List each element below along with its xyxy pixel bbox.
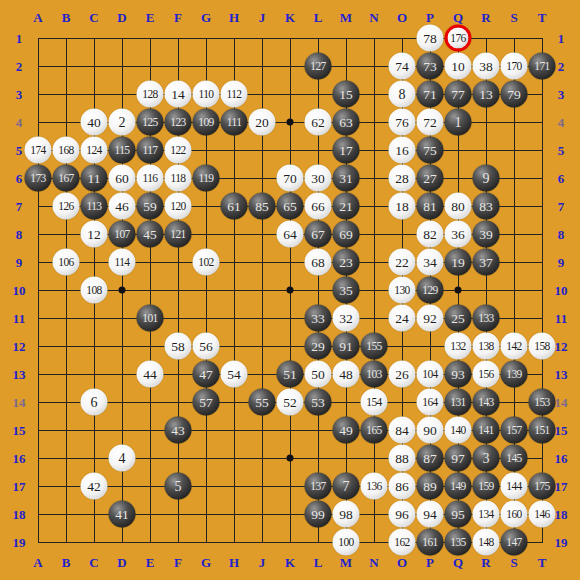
stone-N15[interactable]: 165 — [361, 417, 388, 444]
stone-L2[interactable]: 127 — [305, 53, 332, 80]
stone-J4[interactable]: 20 — [249, 109, 276, 136]
coord-label-row-left: 8 — [16, 228, 23, 241]
stone-E3[interactable]: 128 — [137, 81, 164, 108]
grid-line-vertical — [542, 38, 543, 543]
coord-label-row-right: 18 — [555, 508, 568, 521]
coord-label-col-top: C — [89, 11, 98, 24]
stone-O10[interactable]: 130 — [389, 277, 416, 304]
stone-F17[interactable]: 5 — [165, 473, 192, 500]
stone-M12[interactable]: 91 — [333, 333, 360, 360]
stone-S2[interactable]: 170 — [501, 53, 528, 80]
coord-label-row-right: 4 — [558, 116, 565, 129]
stone-O7[interactable]: 18 — [389, 193, 416, 220]
stone-P4[interactable]: 72 — [417, 109, 444, 136]
stone-K8[interactable]: 64 — [277, 221, 304, 248]
stone-S15[interactable]: 157 — [501, 417, 528, 444]
stone-R13[interactable]: 156 — [473, 361, 500, 388]
stone-P5[interactable]: 75 — [417, 137, 444, 164]
stone-H7[interactable]: 61 — [221, 193, 248, 220]
stone-F7[interactable]: 120 — [165, 193, 192, 220]
coord-label-row-left: 10 — [13, 284, 26, 297]
stone-E7[interactable]: 59 — [137, 193, 164, 220]
stone-Q19[interactable]: 135 — [445, 529, 472, 556]
stone-P14[interactable]: 164 — [417, 389, 444, 416]
stone-N17[interactable]: 136 — [361, 473, 388, 500]
coord-label-col-bottom: K — [285, 556, 295, 569]
stone-R12[interactable]: 138 — [473, 333, 500, 360]
coord-label-col-bottom: E — [146, 556, 155, 569]
stone-Q8[interactable]: 36 — [445, 221, 472, 248]
coord-label-row-left: 6 — [16, 172, 23, 185]
coord-label-row-right: 16 — [555, 452, 568, 465]
stone-O16[interactable]: 88 — [389, 445, 416, 472]
stone-O4[interactable]: 76 — [389, 109, 416, 136]
coord-label-row-left: 9 — [16, 256, 23, 269]
coord-label-row-left: 15 — [13, 424, 26, 437]
stone-D16[interactable]: 4 — [109, 445, 136, 472]
stone-D7[interactable]: 46 — [109, 193, 136, 220]
stone-O5[interactable]: 16 — [389, 137, 416, 164]
stone-F4[interactable]: 123 — [165, 109, 192, 136]
stone-C17[interactable]: 42 — [81, 473, 108, 500]
stone-C10[interactable]: 108 — [81, 277, 108, 304]
stone-R17[interactable]: 159 — [473, 473, 500, 500]
stone-L17[interactable]: 137 — [305, 473, 332, 500]
coord-label-row-left: 1 — [16, 32, 23, 45]
coord-label-row-right: 11 — [555, 312, 567, 325]
stone-H3[interactable]: 112 — [221, 81, 248, 108]
stone-B7[interactable]: 126 — [53, 193, 80, 220]
stone-T2[interactable]: 171 — [529, 53, 556, 80]
coord-label-col-bottom: A — [33, 556, 42, 569]
stone-S17[interactable]: 144 — [501, 473, 528, 500]
coord-label-col-bottom: J — [259, 556, 266, 569]
coord-label-col-top: B — [62, 11, 71, 24]
stone-S18[interactable]: 160 — [501, 501, 528, 528]
stone-K13[interactable]: 51 — [277, 361, 304, 388]
stone-N14[interactable]: 154 — [361, 389, 388, 416]
stone-Q11[interactable]: 25 — [445, 305, 472, 332]
coord-label-col-top: D — [117, 11, 126, 24]
stone-M8[interactable]: 69 — [333, 221, 360, 248]
coord-label-row-right: 5 — [558, 144, 565, 157]
stone-P19[interactable]: 161 — [417, 529, 444, 556]
stone-R14[interactable]: 143 — [473, 389, 500, 416]
stone-R3[interactable]: 13 — [473, 81, 500, 108]
stone-L9[interactable]: 68 — [305, 249, 332, 276]
stone-E8[interactable]: 45 — [137, 221, 164, 248]
coord-label-row-right: 6 — [558, 172, 565, 185]
stone-S3[interactable]: 79 — [501, 81, 528, 108]
stone-O18[interactable]: 96 — [389, 501, 416, 528]
stone-D9[interactable]: 114 — [109, 249, 136, 276]
stone-F15[interactable]: 43 — [165, 417, 192, 444]
stone-L18[interactable]: 99 — [305, 501, 332, 528]
coord-label-col-top: P — [426, 11, 434, 24]
stone-M6[interactable]: 31 — [333, 165, 360, 192]
stone-E5[interactable]: 117 — [137, 137, 164, 164]
stone-G12[interactable]: 56 — [193, 333, 220, 360]
coord-label-col-top: Q — [453, 11, 463, 24]
coord-label-row-left: 11 — [13, 312, 25, 325]
stone-P13[interactable]: 104 — [417, 361, 444, 388]
coord-label-row-left: 12 — [13, 340, 26, 353]
stone-Q12[interactable]: 132 — [445, 333, 472, 360]
stone-K6[interactable]: 70 — [277, 165, 304, 192]
stone-Q16[interactable]: 97 — [445, 445, 472, 472]
stone-R18[interactable]: 134 — [473, 501, 500, 528]
coord-label-row-left: 17 — [13, 480, 26, 493]
coord-label-row-left: 14 — [13, 396, 26, 409]
stone-O17[interactable]: 86 — [389, 473, 416, 500]
stone-L13[interactable]: 50 — [305, 361, 332, 388]
stone-N12[interactable]: 155 — [361, 333, 388, 360]
stone-L12[interactable]: 29 — [305, 333, 332, 360]
coord-label-col-top: G — [201, 11, 211, 24]
coord-label-row-right: 19 — [555, 536, 568, 549]
stone-T17[interactable]: 175 — [529, 473, 556, 500]
stone-F8[interactable]: 121 — [165, 221, 192, 248]
stone-L11[interactable]: 33 — [305, 305, 332, 332]
stone-M11[interactable]: 32 — [333, 305, 360, 332]
stone-S12[interactable]: 142 — [501, 333, 528, 360]
stone-M13[interactable]: 48 — [333, 361, 360, 388]
stone-R15[interactable]: 141 — [473, 417, 500, 444]
stone-G9[interactable]: 102 — [193, 249, 220, 276]
stone-M4[interactable]: 63 — [333, 109, 360, 136]
stone-T15[interactable]: 151 — [529, 417, 556, 444]
stone-R16[interactable]: 3 — [473, 445, 500, 472]
coord-label-col-top: K — [285, 11, 295, 24]
coord-label-row-left: 13 — [13, 368, 26, 381]
coord-label-col-top: F — [174, 11, 182, 24]
stone-P7[interactable]: 81 — [417, 193, 444, 220]
stone-Q13[interactable]: 93 — [445, 361, 472, 388]
coord-label-col-bottom: Q — [453, 556, 463, 569]
coord-label-row-right: 17 — [555, 480, 568, 493]
stone-P1[interactable]: 78 — [417, 25, 444, 52]
stone-Q15[interactable]: 140 — [445, 417, 472, 444]
coord-label-row-right: 10 — [555, 284, 568, 297]
stone-E11[interactable]: 101 — [137, 305, 164, 332]
stone-Q17[interactable]: 149 — [445, 473, 472, 500]
stone-S13[interactable]: 139 — [501, 361, 528, 388]
stone-L8[interactable]: 67 — [305, 221, 332, 248]
stone-D5[interactable]: 115 — [109, 137, 136, 164]
stone-L14[interactable]: 53 — [305, 389, 332, 416]
stone-B6[interactable]: 167 — [53, 165, 80, 192]
stone-F3[interactable]: 14 — [165, 81, 192, 108]
coord-label-row-left: 4 — [16, 116, 23, 129]
stone-G3[interactable]: 110 — [193, 81, 220, 108]
coord-label-row-right: 13 — [555, 368, 568, 381]
coord-label-row-right: 8 — [558, 228, 565, 241]
stone-Q1[interactable]: 176 — [445, 25, 472, 52]
stone-M5[interactable]: 17 — [333, 137, 360, 164]
stone-E4[interactable]: 125 — [137, 109, 164, 136]
stone-C7[interactable]: 113 — [81, 193, 108, 220]
coord-label-row-right: 12 — [555, 340, 568, 353]
stone-O3[interactable]: 8 — [389, 81, 416, 108]
stone-N13[interactable]: 103 — [361, 361, 388, 388]
stone-D6[interactable]: 60 — [109, 165, 136, 192]
stone-M3[interactable]: 15 — [333, 81, 360, 108]
coord-label-col-top: A — [33, 11, 42, 24]
stone-G14[interactable]: 57 — [193, 389, 220, 416]
stone-H4[interactable]: 111 — [221, 109, 248, 136]
star-point — [455, 287, 462, 294]
stone-G4[interactable]: 109 — [193, 109, 220, 136]
coord-label-row-right: 15 — [555, 424, 568, 437]
stone-M10[interactable]: 35 — [333, 277, 360, 304]
stone-P18[interactable]: 94 — [417, 501, 444, 528]
stone-K14[interactable]: 52 — [277, 389, 304, 416]
stone-K7[interactable]: 65 — [277, 193, 304, 220]
stone-A5[interactable]: 174 — [25, 137, 52, 164]
stone-C8[interactable]: 12 — [81, 221, 108, 248]
coord-label-col-top: L — [314, 11, 323, 24]
stone-Q9[interactable]: 19 — [445, 249, 472, 276]
coord-label-row-left: 7 — [16, 200, 23, 213]
go-board[interactable]: AABBCCDDEEFFGGHHJJKKLLMMNNOOPPQQRRSSTT11… — [0, 0, 580, 580]
coord-label-col-bottom: D — [117, 556, 126, 569]
stone-C6[interactable]: 11 — [81, 165, 108, 192]
stone-J14[interactable]: 55 — [249, 389, 276, 416]
stone-B5[interactable]: 168 — [53, 137, 80, 164]
star-point — [287, 455, 294, 462]
stone-R19[interactable]: 148 — [473, 529, 500, 556]
star-point — [119, 287, 126, 294]
coord-label-row-left: 19 — [13, 536, 26, 549]
stone-Q18[interactable]: 95 — [445, 501, 472, 528]
star-point — [287, 119, 294, 126]
coord-label-col-top: N — [369, 11, 378, 24]
stone-Q2[interactable]: 10 — [445, 53, 472, 80]
coord-label-col-bottom: O — [397, 556, 407, 569]
coord-label-row-left: 18 — [13, 508, 26, 521]
coord-label-col-bottom: P — [426, 556, 434, 569]
stone-O11[interactable]: 24 — [389, 305, 416, 332]
stone-P8[interactable]: 82 — [417, 221, 444, 248]
stone-C4[interactable]: 40 — [81, 109, 108, 136]
stone-E6[interactable]: 116 — [137, 165, 164, 192]
stone-R9[interactable]: 37 — [473, 249, 500, 276]
coord-label-row-right: 7 — [558, 200, 565, 213]
stone-M7[interactable]: 21 — [333, 193, 360, 220]
coord-label-col-top: T — [538, 11, 547, 24]
coord-label-col-bottom: B — [62, 556, 71, 569]
coord-label-col-bottom: H — [229, 556, 239, 569]
stone-L6[interactable]: 30 — [305, 165, 332, 192]
stone-A6[interactable]: 173 — [25, 165, 52, 192]
stone-Q4[interactable]: 1 — [445, 109, 472, 136]
stone-P17[interactable]: 89 — [417, 473, 444, 500]
stone-S16[interactable]: 145 — [501, 445, 528, 472]
stone-L4[interactable]: 62 — [305, 109, 332, 136]
stone-F12[interactable]: 58 — [165, 333, 192, 360]
coord-label-col-top: H — [229, 11, 239, 24]
coord-label-row-right: 2 — [558, 60, 565, 73]
stone-O13[interactable]: 26 — [389, 361, 416, 388]
stone-O6[interactable]: 28 — [389, 165, 416, 192]
stone-P2[interactable]: 73 — [417, 53, 444, 80]
grid-line-vertical — [374, 38, 375, 543]
stone-F5[interactable]: 122 — [165, 137, 192, 164]
stone-P3[interactable]: 71 — [417, 81, 444, 108]
stone-Q14[interactable]: 131 — [445, 389, 472, 416]
stone-T18[interactable]: 146 — [529, 501, 556, 528]
coord-label-col-bottom: R — [481, 556, 490, 569]
coord-label-col-top: M — [340, 11, 352, 24]
stone-J7[interactable]: 85 — [249, 193, 276, 220]
stone-R6[interactable]: 9 — [473, 165, 500, 192]
coord-label-row-left: 16 — [13, 452, 26, 465]
coord-label-row-right: 1 — [558, 32, 565, 45]
coord-label-col-bottom: S — [510, 556, 517, 569]
stone-R7[interactable]: 83 — [473, 193, 500, 220]
stone-P10[interactable]: 129 — [417, 277, 444, 304]
stone-M15[interactable]: 49 — [333, 417, 360, 444]
stone-P11[interactable]: 92 — [417, 305, 444, 332]
coord-label-col-bottom: N — [369, 556, 378, 569]
stone-M17[interactable]: 7 — [333, 473, 360, 500]
coord-label-col-top: S — [510, 11, 517, 24]
stone-D8[interactable]: 107 — [109, 221, 136, 248]
stone-G13[interactable]: 47 — [193, 361, 220, 388]
stone-P16[interactable]: 87 — [417, 445, 444, 472]
stone-L7[interactable]: 66 — [305, 193, 332, 220]
stone-M18[interactable]: 98 — [333, 501, 360, 528]
stone-C5[interactable]: 124 — [81, 137, 108, 164]
stone-O19[interactable]: 162 — [389, 529, 416, 556]
coord-label-row-right: 9 — [558, 256, 565, 269]
stone-O15[interactable]: 84 — [389, 417, 416, 444]
stone-P9[interactable]: 34 — [417, 249, 444, 276]
coord-label-row-right: 14 — [555, 396, 568, 409]
stone-M9[interactable]: 23 — [333, 249, 360, 276]
coord-label-col-top: J — [259, 11, 266, 24]
stone-R11[interactable]: 133 — [473, 305, 500, 332]
stone-H13[interactable]: 54 — [221, 361, 248, 388]
stone-R8[interactable]: 39 — [473, 221, 500, 248]
stone-R2[interactable]: 38 — [473, 53, 500, 80]
stone-P15[interactable]: 90 — [417, 417, 444, 444]
coord-label-col-top: O — [397, 11, 407, 24]
stone-F6[interactable]: 118 — [165, 165, 192, 192]
stone-S19[interactable]: 147 — [501, 529, 528, 556]
stone-P6[interactable]: 27 — [417, 165, 444, 192]
coord-label-col-bottom: F — [174, 556, 182, 569]
coord-label-row-left: 2 — [16, 60, 23, 73]
stone-O2[interactable]: 74 — [389, 53, 416, 80]
stone-M19[interactable]: 100 — [333, 529, 360, 556]
stone-O9[interactable]: 22 — [389, 249, 416, 276]
coord-label-col-bottom: C — [89, 556, 98, 569]
coord-label-col-bottom: T — [538, 556, 547, 569]
stone-D4[interactable]: 2 — [109, 109, 136, 136]
coord-label-col-bottom: L — [314, 556, 323, 569]
coord-label-col-top: R — [481, 11, 490, 24]
stone-T14[interactable]: 153 — [529, 389, 556, 416]
coord-label-col-bottom: M — [340, 556, 352, 569]
stone-D18[interactable]: 41 — [109, 501, 136, 528]
stone-G6[interactable]: 119 — [193, 165, 220, 192]
stone-Q3[interactable]: 77 — [445, 81, 472, 108]
stone-Q7[interactable]: 80 — [445, 193, 472, 220]
coord-label-row-left: 5 — [16, 144, 23, 157]
coord-label-col-bottom: G — [201, 556, 211, 569]
coord-label-col-top: E — [146, 11, 155, 24]
stone-T12[interactable]: 158 — [529, 333, 556, 360]
stone-B9[interactable]: 106 — [53, 249, 80, 276]
star-point — [287, 287, 294, 294]
stone-E13[interactable]: 44 — [137, 361, 164, 388]
stone-C14[interactable]: 6 — [81, 389, 108, 416]
coord-label-row-right: 3 — [558, 88, 565, 101]
coord-label-row-left: 3 — [16, 88, 23, 101]
